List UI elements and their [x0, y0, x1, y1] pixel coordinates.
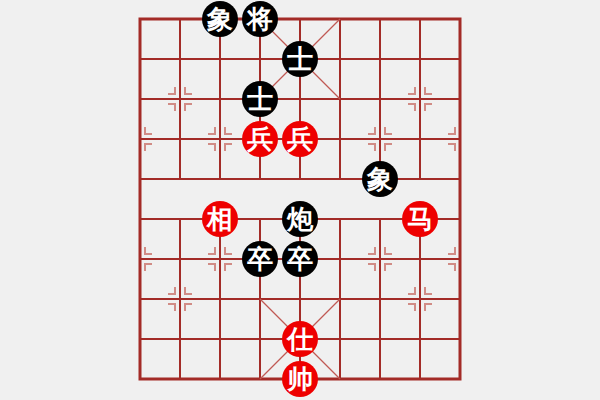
board-point-f6r7[interactable]	[360, 279, 400, 319]
board-point-f1r4[interactable]	[160, 159, 200, 199]
board-point-f2r2[interactable]	[200, 79, 240, 119]
board-point-f4r0[interactable]	[280, 0, 320, 39]
piece-black-soldier[interactable]: 卒	[242, 241, 278, 277]
board-point-f0r7[interactable]	[120, 279, 160, 319]
board-point-f5r6[interactable]	[320, 239, 360, 279]
board-point-f6r1[interactable]	[360, 39, 400, 79]
board-point-f8r5[interactable]	[440, 199, 480, 239]
board-point-f7r0[interactable]	[400, 0, 440, 39]
board-point-f3r7[interactable]	[240, 279, 280, 319]
board-point-f2r6[interactable]	[200, 239, 240, 279]
board-point-f5r1[interactable]	[320, 39, 360, 79]
board-point-f5r5[interactable]	[320, 199, 360, 239]
board-point-f3r3[interactable]: 兵	[240, 119, 280, 159]
board-point-f3r1[interactable]	[240, 39, 280, 79]
board-point-f0r8[interactable]	[120, 319, 160, 359]
board-point-f8r0[interactable]	[440, 0, 480, 39]
board-point-f2r8[interactable]	[200, 319, 240, 359]
board-point-f5r7[interactable]	[320, 279, 360, 319]
piece-black-cannon[interactable]: 炮	[282, 201, 318, 237]
piece-black-soldier[interactable]: 卒	[282, 241, 318, 277]
piece-red-soldier[interactable]: 兵	[242, 121, 278, 157]
board-point-f4r6[interactable]: 卒	[280, 239, 320, 279]
board-point-f8r7[interactable]	[440, 279, 480, 319]
board-point-f1r8[interactable]	[160, 319, 200, 359]
board-point-f4r4[interactable]	[280, 159, 320, 199]
board-point-f5r9[interactable]	[320, 359, 360, 399]
board-point-f0r9[interactable]	[120, 359, 160, 399]
piece-black-elephant[interactable]: 象	[202, 1, 238, 37]
board-point-f7r1[interactable]	[400, 39, 440, 79]
board-point-f8r4[interactable]	[440, 159, 480, 199]
piece-red-horse[interactable]: 马	[402, 201, 438, 237]
piece-black-advisor[interactable]: 士	[242, 81, 278, 117]
board-point-f0r2[interactable]	[120, 79, 160, 119]
board-point-f0r0[interactable]	[120, 0, 160, 39]
board-point-f2r7[interactable]	[200, 279, 240, 319]
board-point-f8r8[interactable]	[440, 319, 480, 359]
board-point-f2r5[interactable]: 相	[200, 199, 240, 239]
board-point-f3r9[interactable]	[240, 359, 280, 399]
board-point-f0r3[interactable]	[120, 119, 160, 159]
board-point-f7r4[interactable]	[400, 159, 440, 199]
board-point-f7r2[interactable]	[400, 79, 440, 119]
board-point-f0r5[interactable]	[120, 199, 160, 239]
piece-red-elephant[interactable]: 相	[202, 201, 238, 237]
board-point-f6r6[interactable]	[360, 239, 400, 279]
board-point-f5r0[interactable]	[320, 0, 360, 39]
board-point-f5r3[interactable]	[320, 119, 360, 159]
board-point-f5r8[interactable]	[320, 319, 360, 359]
board-point-f8r1[interactable]	[440, 39, 480, 79]
board-point-f5r2[interactable]	[320, 79, 360, 119]
board-point-f7r9[interactable]	[400, 359, 440, 399]
board-point-f3r6[interactable]: 卒	[240, 239, 280, 279]
board-point-f2r9[interactable]	[200, 359, 240, 399]
board-points-grid[interactable]: 象将士士兵兵象相炮马卒卒仕帅	[120, 0, 480, 399]
board-point-f7r7[interactable]	[400, 279, 440, 319]
piece-black-general[interactable]: 将	[242, 1, 278, 37]
board-point-f2r1[interactable]	[200, 39, 240, 79]
xiangqi-board: 象将士士兵兵象相炮马卒卒仕帅	[0, 0, 600, 400]
board-point-f3r8[interactable]	[240, 319, 280, 359]
board-point-f6r4[interactable]: 象	[360, 159, 400, 199]
board-point-f7r3[interactable]	[400, 119, 440, 159]
board-point-f1r6[interactable]	[160, 239, 200, 279]
board-point-f0r1[interactable]	[120, 39, 160, 79]
board-point-f1r1[interactable]	[160, 39, 200, 79]
board-point-f0r4[interactable]	[120, 159, 160, 199]
board-point-f4r5[interactable]: 炮	[280, 199, 320, 239]
board-point-f8r9[interactable]	[440, 359, 480, 399]
board-point-f4r2[interactable]	[280, 79, 320, 119]
board-point-f4r9[interactable]: 帅	[280, 359, 320, 399]
board-point-f5r4[interactable]	[320, 159, 360, 199]
board-point-f6r9[interactable]	[360, 359, 400, 399]
board-point-f8r2[interactable]	[440, 79, 480, 119]
board-point-f7r5[interactable]: 马	[400, 199, 440, 239]
board-point-f1r0[interactable]	[160, 0, 200, 39]
board-point-f0r6[interactable]	[120, 239, 160, 279]
board-point-f1r9[interactable]	[160, 359, 200, 399]
board-point-f1r7[interactable]	[160, 279, 200, 319]
board-point-f6r2[interactable]	[360, 79, 400, 119]
board-point-f2r4[interactable]	[200, 159, 240, 199]
board-point-f1r3[interactable]	[160, 119, 200, 159]
board-point-f3r4[interactable]	[240, 159, 280, 199]
piece-black-elephant[interactable]: 象	[362, 161, 398, 197]
board-point-f2r3[interactable]	[200, 119, 240, 159]
board-point-f8r6[interactable]	[440, 239, 480, 279]
board-point-f4r3[interactable]: 兵	[280, 119, 320, 159]
board-point-f7r8[interactable]	[400, 319, 440, 359]
board-point-f3r0[interactable]: 将	[240, 0, 280, 39]
board-point-f6r5[interactable]	[360, 199, 400, 239]
board-point-f1r5[interactable]	[160, 199, 200, 239]
board-point-f6r0[interactable]	[360, 0, 400, 39]
board-point-f4r7[interactable]	[280, 279, 320, 319]
board-point-f6r8[interactable]	[360, 319, 400, 359]
board-point-f4r1[interactable]: 士	[280, 39, 320, 79]
board-point-f7r6[interactable]	[400, 239, 440, 279]
piece-red-advisor[interactable]: 仕	[282, 321, 318, 357]
piece-red-general[interactable]: 帅	[282, 361, 318, 397]
board-point-f3r2[interactable]: 士	[240, 79, 280, 119]
board-point-f4r8[interactable]: 仕	[280, 319, 320, 359]
board-point-f6r3[interactable]	[360, 119, 400, 159]
board-point-f8r3[interactable]	[440, 119, 480, 159]
piece-red-soldier[interactable]: 兵	[282, 121, 318, 157]
piece-black-advisor[interactable]: 士	[282, 41, 318, 77]
board-point-f1r2[interactable]	[160, 79, 200, 119]
board-point-f3r5[interactable]	[240, 199, 280, 239]
board-point-f2r0[interactable]: 象	[200, 0, 240, 39]
